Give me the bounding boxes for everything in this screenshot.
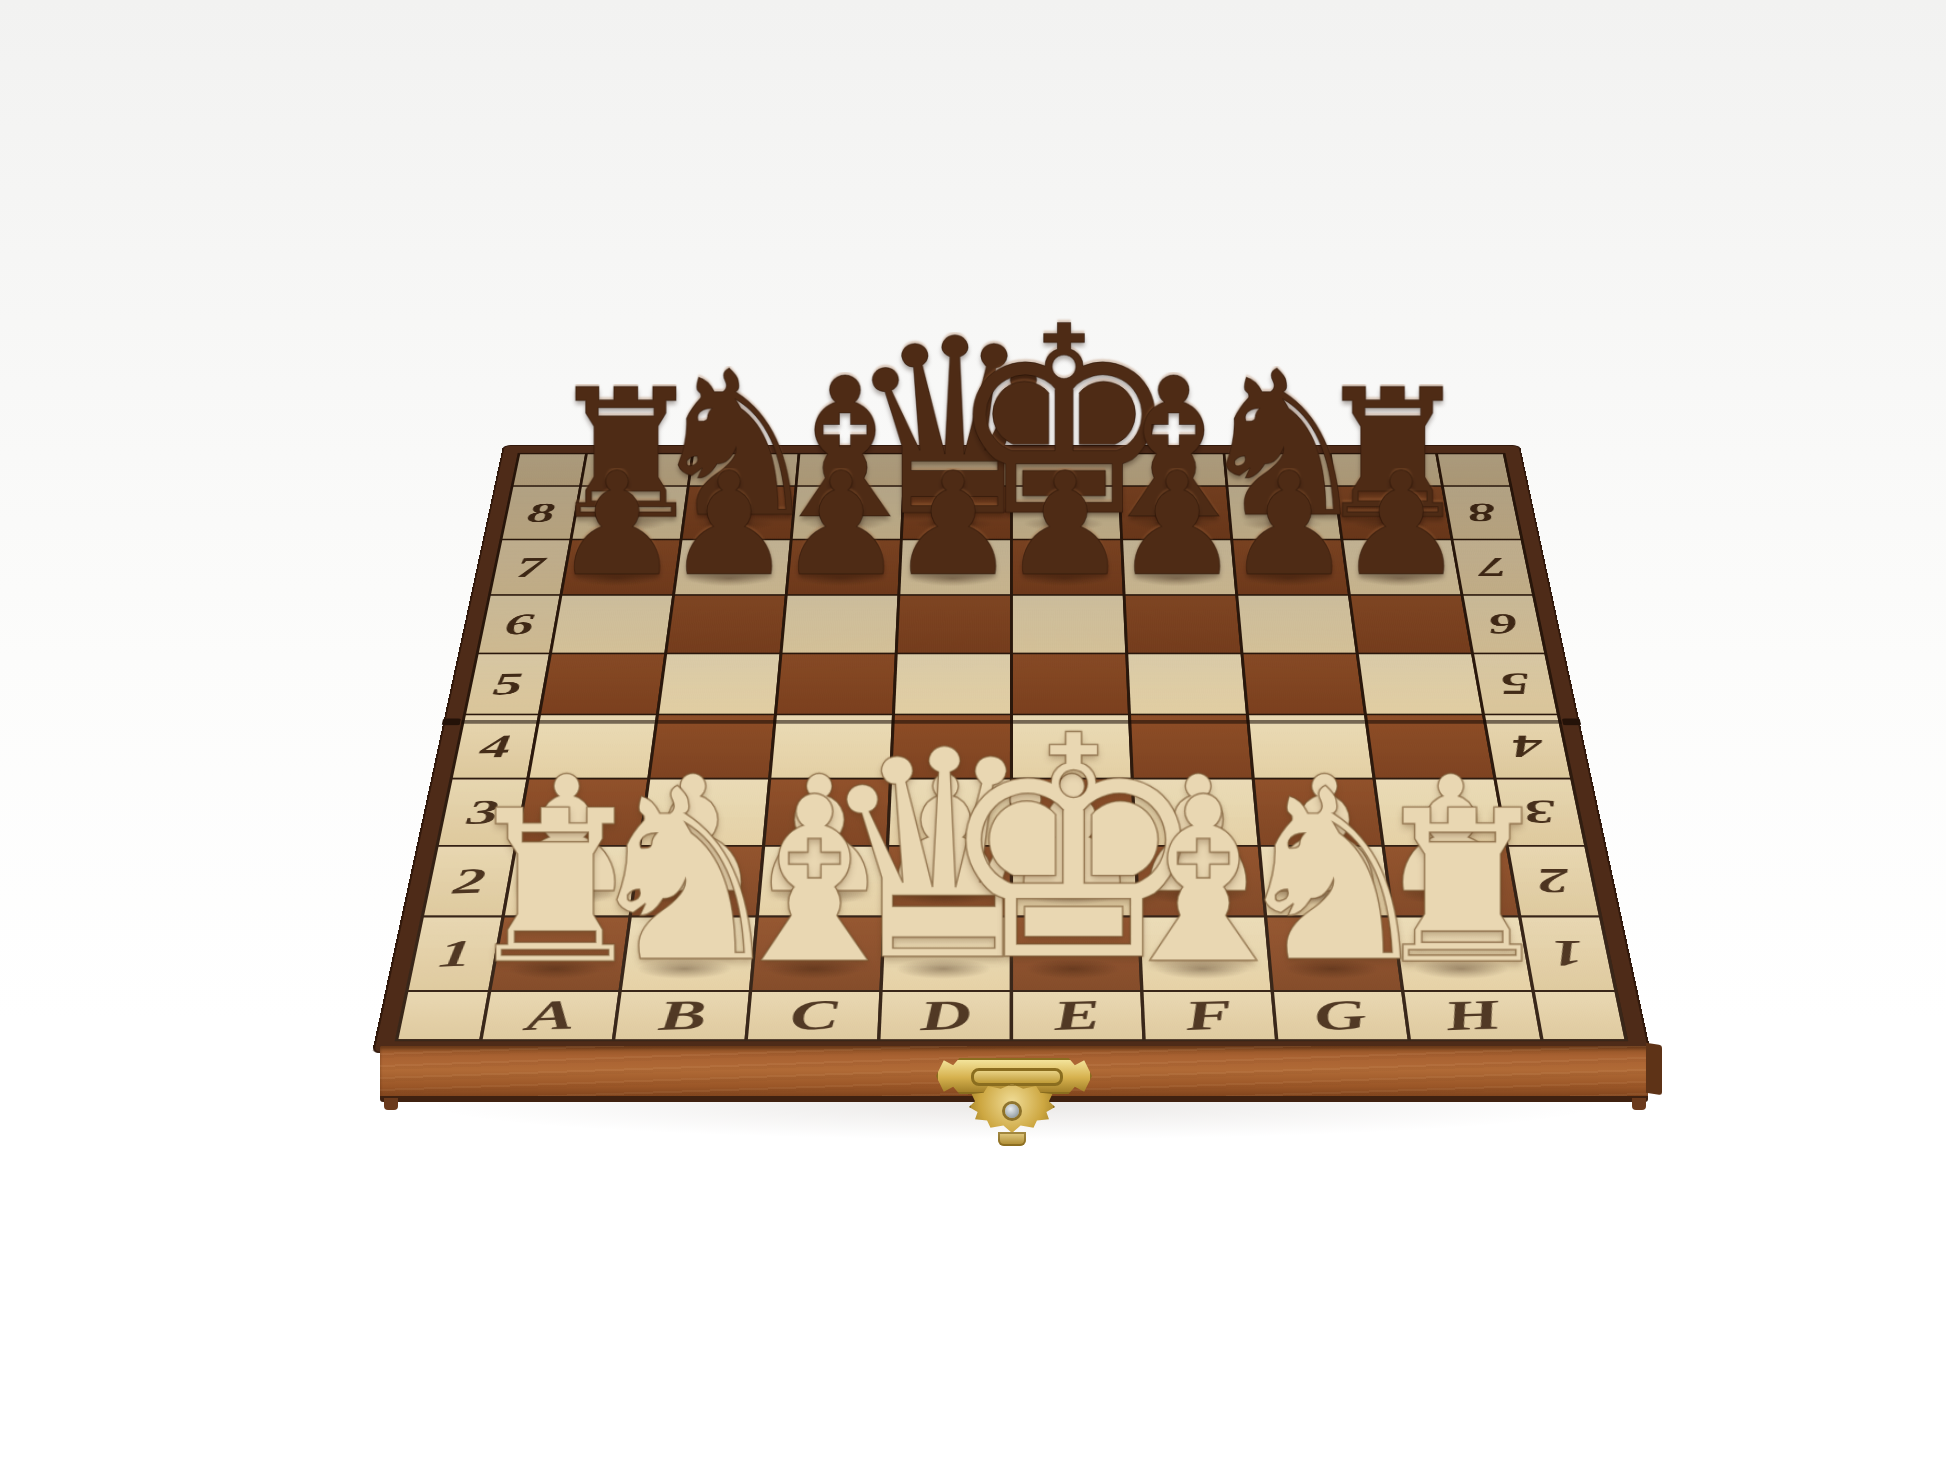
perspective-scene: 8877665544332211ABCDEFGH ♜♞♝♛♚♝♞♜♟♟♟♟♟♟♟… <box>0 0 1946 1460</box>
pawn-glyph: ♟ <box>1337 468 1465 582</box>
rank-label-text: 8 <box>1465 499 1498 526</box>
pawn-glyph: ♟ <box>1225 468 1353 582</box>
piece-dark-pawn-d7: ♟ <box>898 539 1008 593</box>
piece-light-bishop-c1: ♝ <box>749 916 879 988</box>
rank-label-text: 6 <box>504 609 536 639</box>
piece-dark-pawn-g7: ♟ <box>1230 539 1345 593</box>
clasp-pin <box>1005 1104 1019 1118</box>
pawn-glyph: ♟ <box>889 468 1017 582</box>
pawn-glyph: ♟ <box>553 468 681 582</box>
rank-label-text: 7 <box>515 553 546 582</box>
rank-label-text: 5 <box>1497 668 1533 699</box>
box-foot <box>1632 1098 1646 1110</box>
box-foot <box>384 1098 398 1110</box>
pawn-glyph: ♟ <box>665 468 793 582</box>
piece-dark-pawn-a7: ♟ <box>560 539 677 593</box>
pawn-glyph: ♟ <box>777 468 905 582</box>
piece-light-bishop-f1: ♝ <box>1137 916 1267 988</box>
piece-dark-pawn-f7: ♟ <box>1120 539 1232 593</box>
product-photo-stage: 8877665544332211ABCDEFGH ♜♞♝♛♚♝♞♜♟♟♟♟♟♟♟… <box>0 0 1946 1460</box>
piece-layer: ♜♞♝♛♚♝♞♜♟♟♟♟♟♟♟♟♟♟♟♟♟♟♟♟♜♞♝♛♚♝♞♜ <box>395 453 1629 1041</box>
rank-label-text: 5 <box>492 668 525 700</box>
rank-label-text: 6 <box>1486 609 1521 639</box>
piece-dark-pawn-b7: ♟ <box>672 539 787 593</box>
bishop-glyph: ♝ <box>1100 790 1305 973</box>
clasp-tab <box>998 1132 1026 1146</box>
hinge-icon <box>442 718 462 725</box>
pawn-glyph: ♟ <box>1001 468 1129 582</box>
piece-dark-pawn-c7: ♟ <box>785 539 897 593</box>
rank-label-text: 7 <box>1476 553 1510 581</box>
rank-label-text: 8 <box>526 499 556 527</box>
bishop-glyph: ♝ <box>711 790 916 973</box>
pawn-glyph: ♟ <box>1113 468 1241 582</box>
chess-board: 8877665544332211ABCDEFGH ♜♞♝♛♚♝♞♜♟♟♟♟♟♟♟… <box>374 446 1648 1052</box>
hinge-icon <box>1562 718 1582 725</box>
box-right-corner <box>1646 1043 1662 1096</box>
piece-dark-pawn-h7: ♟ <box>1340 539 1457 593</box>
piece-dark-pawn-e7: ♟ <box>1010 539 1120 593</box>
